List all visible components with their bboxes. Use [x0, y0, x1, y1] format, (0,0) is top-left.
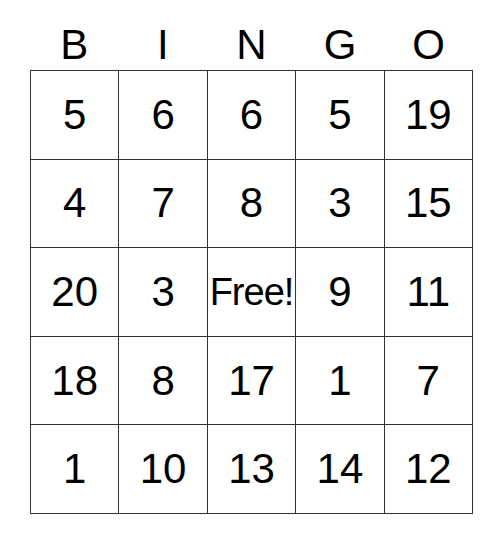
bingo-cell[interactable]: 7: [119, 160, 207, 249]
column-letter-g: G: [296, 24, 385, 70]
bingo-cell[interactable]: 3: [296, 160, 384, 249]
bingo-cell[interactable]: 19: [385, 71, 473, 160]
bingo-cell[interactable]: 11: [385, 248, 473, 337]
bingo-cell[interactable]: 8: [119, 337, 207, 426]
bingo-cell[interactable]: 1: [296, 337, 384, 426]
column-letter-n: N: [207, 24, 296, 70]
bingo-cell[interactable]: 4: [31, 160, 119, 249]
free-cell[interactable]: Free!: [208, 248, 296, 337]
bingo-cell[interactable]: 12: [385, 425, 473, 514]
bingo-header: B I N G O: [30, 0, 473, 70]
bingo-cell[interactable]: 8: [208, 160, 296, 249]
bingo-cell[interactable]: 15: [385, 160, 473, 249]
bingo-cell[interactable]: 6: [208, 71, 296, 160]
bingo-cell[interactable]: 5: [31, 71, 119, 160]
bingo-cell[interactable]: 10: [119, 425, 207, 514]
bingo-cell[interactable]: 6: [119, 71, 207, 160]
bingo-cell[interactable]: 9: [296, 248, 384, 337]
bingo-card: B I N G O 5 6 6 5 19 4 7 8 3 15 20 3 Fre…: [30, 0, 473, 514]
bingo-cell[interactable]: 18: [31, 337, 119, 426]
bingo-grid: 5 6 6 5 19 4 7 8 3 15 20 3 Free! 9 11 18…: [30, 70, 473, 514]
bingo-cell[interactable]: 7: [385, 337, 473, 426]
column-letter-b: B: [30, 24, 119, 70]
column-letter-i: I: [119, 24, 208, 70]
column-letter-o: O: [384, 24, 473, 70]
bingo-cell[interactable]: 17: [208, 337, 296, 426]
bingo-cell[interactable]: 1: [31, 425, 119, 514]
bingo-cell[interactable]: 13: [208, 425, 296, 514]
bingo-cell[interactable]: 5: [296, 71, 384, 160]
bingo-cell[interactable]: 3: [119, 248, 207, 337]
bingo-cell[interactable]: 20: [31, 248, 119, 337]
bingo-cell[interactable]: 14: [296, 425, 384, 514]
